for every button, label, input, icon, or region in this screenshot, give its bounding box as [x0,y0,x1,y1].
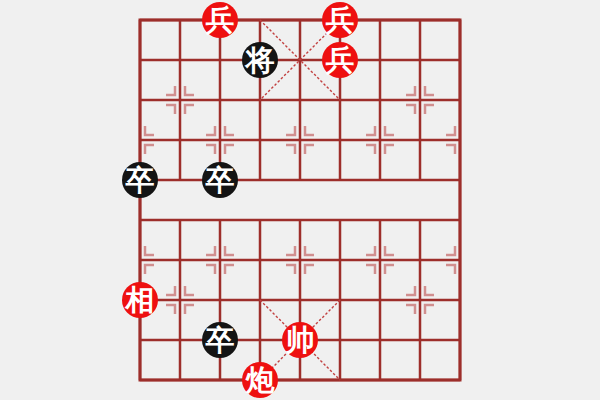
piece-black-soldier-c8[interactable]: 卒 [202,322,238,358]
piece-black-soldier-a4[interactable]: 卒 [122,162,158,198]
piece-red-soldier-f1[interactable]: 兵 [322,42,358,78]
piece-red-cannon[interactable]: 炮 [242,362,278,398]
piece-red-soldier-f0[interactable]: 兵 [322,2,358,38]
piece-red-elephant[interactable]: 相 [122,282,158,318]
piece-black-general[interactable]: 将 [242,42,278,78]
piece-layer: 兵兵将兵卒卒相卒帅炮 [120,0,480,400]
piece-red-soldier-c0[interactable]: 兵 [202,2,238,38]
piece-red-general[interactable]: 帅 [282,322,318,358]
xiangqi-board: 兵兵将兵卒卒相卒帅炮 [0,0,600,400]
piece-black-soldier-c4[interactable]: 卒 [202,162,238,198]
